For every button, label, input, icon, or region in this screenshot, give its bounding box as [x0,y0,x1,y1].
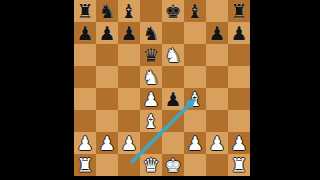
square-a5[interactable] [74,66,96,88]
square-g8[interactable] [206,0,228,22]
black-pawn[interactable]: ♟ [206,22,228,44]
white-pawn[interactable]: ♟ [184,132,206,154]
white-queen[interactable]: ♛ [140,154,162,176]
square-d2[interactable] [140,132,162,154]
square-e8[interactable]: ♚ [162,0,184,22]
square-h2[interactable]: ♟ [228,132,250,154]
square-b2[interactable]: ♟ [96,132,118,154]
black-pawn[interactable]: ♟ [162,88,184,110]
square-h7[interactable]: ♟ [228,22,250,44]
square-f8[interactable]: ♝ [184,0,206,22]
white-pawn[interactable]: ♟ [206,132,228,154]
square-a6[interactable] [74,44,96,66]
white-rook[interactable]: ♜ [228,154,250,176]
white-pawn[interactable]: ♟ [118,132,140,154]
square-b1[interactable] [96,154,118,176]
square-h1[interactable]: ♜ [228,154,250,176]
white-pawn[interactable]: ♟ [140,88,162,110]
square-a1[interactable]: ♜ [74,154,96,176]
square-c8[interactable]: ♝ [118,0,140,22]
black-knight[interactable]: ♞ [96,0,118,22]
square-e5[interactable] [162,66,184,88]
white-king[interactable]: ♚ [162,154,184,176]
white-pawn[interactable]: ♟ [96,132,118,154]
black-pawn[interactable]: ♟ [228,22,250,44]
square-d8[interactable] [140,0,162,22]
black-knight[interactable]: ♞ [140,22,162,44]
square-g6[interactable] [206,44,228,66]
square-a8[interactable]: ♜ [74,0,96,22]
square-a3[interactable] [74,110,96,132]
square-e3[interactable] [162,110,184,132]
square-b6[interactable] [96,44,118,66]
square-e1[interactable]: ♚ [162,154,184,176]
square-f2[interactable]: ♟ [184,132,206,154]
square-f1[interactable] [184,154,206,176]
square-g1[interactable] [206,154,228,176]
square-g3[interactable] [206,110,228,132]
black-bishop[interactable]: ♝ [118,0,140,22]
black-rook[interactable]: ♜ [228,0,250,22]
chess-board: ♜♞♝♚♝♜♟♟♟♞♟♟♛♞♞♟♟♝♝♟♟♟♟♟♟♜♛♚♜ [74,0,250,176]
square-e2[interactable] [162,132,184,154]
square-h3[interactable] [228,110,250,132]
square-e4[interactable]: ♟ [162,88,184,110]
square-g2[interactable]: ♟ [206,132,228,154]
square-h6[interactable] [228,44,250,66]
square-b3[interactable] [96,110,118,132]
square-c2[interactable]: ♟ [118,132,140,154]
square-h4[interactable] [228,88,250,110]
square-g7[interactable]: ♟ [206,22,228,44]
white-bishop[interactable]: ♝ [140,110,162,132]
square-c5[interactable] [118,66,140,88]
square-g5[interactable] [206,66,228,88]
black-pawn[interactable]: ♟ [96,22,118,44]
square-d1[interactable]: ♛ [140,154,162,176]
square-e6[interactable]: ♞ [162,44,184,66]
white-bishop[interactable]: ♝ [184,88,206,110]
square-b5[interactable] [96,66,118,88]
square-a2[interactable]: ♟ [74,132,96,154]
black-queen[interactable]: ♛ [140,44,162,66]
square-c3[interactable] [118,110,140,132]
white-pawn[interactable]: ♟ [228,132,250,154]
square-h8[interactable]: ♜ [228,0,250,22]
square-c4[interactable] [118,88,140,110]
square-f7[interactable] [184,22,206,44]
square-d6[interactable]: ♛ [140,44,162,66]
square-c7[interactable]: ♟ [118,22,140,44]
square-c6[interactable] [118,44,140,66]
square-h5[interactable] [228,66,250,88]
square-f6[interactable] [184,44,206,66]
white-knight[interactable]: ♞ [162,44,184,66]
square-d7[interactable]: ♞ [140,22,162,44]
square-g4[interactable] [206,88,228,110]
square-f4[interactable]: ♝ [184,88,206,110]
thumbnail-stage: ♜♞♝♚♝♜♟♟♟♞♟♟♛♞♞♟♟♝♝♟♟♟♟♟♟♜♛♚♜ [0,0,320,180]
square-b8[interactable]: ♞ [96,0,118,22]
black-pawn[interactable]: ♟ [118,22,140,44]
square-a4[interactable] [74,88,96,110]
square-a7[interactable]: ♟ [74,22,96,44]
square-f5[interactable] [184,66,206,88]
black-king[interactable]: ♚ [162,0,184,22]
square-b4[interactable] [96,88,118,110]
square-c1[interactable] [118,154,140,176]
square-d4[interactable]: ♟ [140,88,162,110]
black-rook[interactable]: ♜ [74,0,96,22]
white-rook[interactable]: ♜ [74,154,96,176]
white-knight[interactable]: ♞ [140,66,162,88]
square-d3[interactable]: ♝ [140,110,162,132]
square-f3[interactable] [184,110,206,132]
black-bishop[interactable]: ♝ [184,0,206,22]
black-pawn[interactable]: ♟ [74,22,96,44]
square-d5[interactable]: ♞ [140,66,162,88]
white-pawn[interactable]: ♟ [74,132,96,154]
square-b7[interactable]: ♟ [96,22,118,44]
square-e7[interactable] [162,22,184,44]
